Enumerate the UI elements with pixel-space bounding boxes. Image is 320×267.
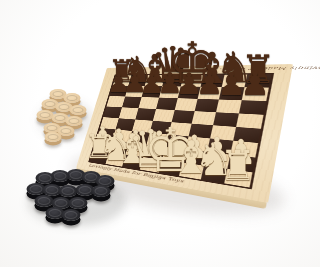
dark-checker-disc <box>69 197 88 209</box>
light-checker-disc <box>66 116 83 126</box>
light-checker-disc <box>70 105 87 115</box>
dark-checker-disc <box>62 209 81 221</box>
product-photo-scene: Lovingly Made for Bigjigs Toys Lovingly … <box>0 0 320 267</box>
dark-checker-disc <box>59 185 78 197</box>
dark-checker-disc <box>92 185 111 197</box>
light-checker-disc <box>45 132 62 142</box>
